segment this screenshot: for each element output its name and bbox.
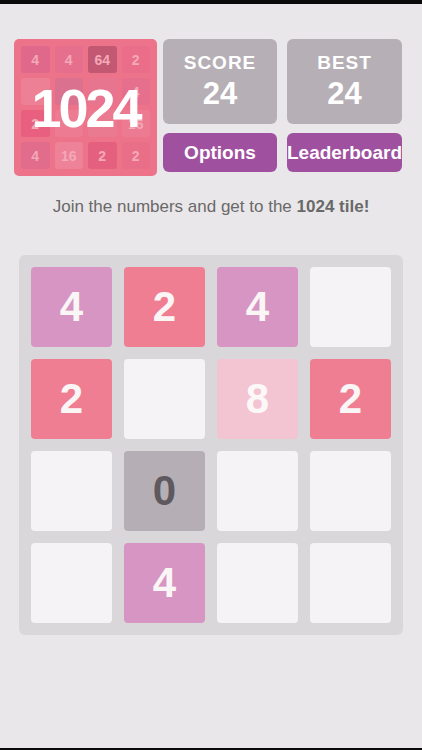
board-cell-r2-c2 — [217, 451, 298, 531]
instructions-goal: 1024 tile! — [297, 197, 370, 216]
options-button[interactable]: Options — [163, 133, 277, 172]
best-box: BEST 24 — [287, 39, 402, 124]
board-cell-r3-c1: 4 — [124, 543, 205, 623]
score-label: SCORE — [184, 52, 257, 74]
leaderboard-button[interactable]: Leaderboard — [287, 133, 402, 172]
best-value: 24 — [327, 76, 361, 112]
board-cell-r1-c2: 8 — [217, 359, 298, 439]
board-cell-r3-c0 — [31, 543, 112, 623]
game-board[interactable]: 4 2 4 2 8 2 0 4 — [19, 255, 403, 635]
status-bar — [0, 0, 422, 4]
score-box: SCORE 24 — [163, 39, 277, 124]
board-cell-r3-c2 — [217, 543, 298, 623]
best-label: BEST — [317, 52, 372, 74]
board-cell-r2-c0 — [31, 451, 112, 531]
board-cell-r0-c2: 4 — [217, 267, 298, 347]
instructions-normal: Join the numbers and get to the — [53, 197, 297, 216]
board-cell-r2-c3 — [310, 451, 391, 531]
board-cell-r0-c3 — [310, 267, 391, 347]
instructions-text: Join the numbers and get to the 1024 til… — [0, 197, 422, 217]
app-screen: 4 4 64 2 4 2 16 4 16 2 2 1024 SCORE 24 B… — [0, 0, 422, 750]
board-cell-r0-c0: 4 — [31, 267, 112, 347]
board-grid: 4 2 4 2 8 2 0 4 — [31, 267, 391, 623]
app-logo: 4 4 64 2 4 2 16 4 16 2 2 1024 — [14, 39, 157, 176]
board-cell-r1-c1 — [124, 359, 205, 439]
score-value: 24 — [203, 76, 237, 112]
logo-title: 1024 — [14, 39, 157, 176]
board-cell-r1-c3: 2 — [310, 359, 391, 439]
board-cell-r1-c0: 2 — [31, 359, 112, 439]
board-cell-r0-c1: 2 — [124, 267, 205, 347]
board-cell-r2-c1: 0 — [124, 451, 205, 531]
board-cell-r3-c3 — [310, 543, 391, 623]
